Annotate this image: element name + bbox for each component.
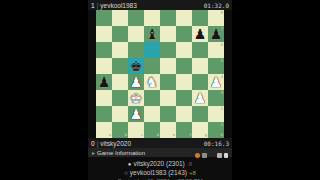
square-e4[interactable] <box>160 74 176 90</box>
square-h2[interactable]: 2 <box>208 106 224 122</box>
square-d5[interactable] <box>144 58 160 74</box>
rank-label-5: 5 <box>221 59 223 63</box>
top-player-score: 1 <box>91 2 95 9</box>
square-a1[interactable]: a <box>96 122 112 138</box>
game-date: September 11, 2024 at 08:50 PM <box>88 177 232 180</box>
game-information-title: Game Information <box>97 150 191 156</box>
player1-rating-delta: -8 <box>187 161 192 167</box>
file-label-c: c <box>141 133 143 137</box>
black-king: ♚ <box>130 58 143 74</box>
square-c6[interactable] <box>128 42 144 58</box>
player-row-white: ○yevkool1983 (2143)+8 <box>88 169 232 178</box>
square-g3[interactable]: ♟ <box>192 90 208 106</box>
square-d3[interactable] <box>144 90 160 106</box>
square-c1[interactable]: c <box>128 122 144 138</box>
square-e8[interactable] <box>160 10 176 26</box>
square-h4[interactable]: ♟4 <box>208 74 224 90</box>
square-f1[interactable]: f <box>176 122 192 138</box>
square-b3[interactable] <box>112 90 128 106</box>
square-d2[interactable] <box>144 106 160 122</box>
square-a7[interactable] <box>96 26 112 42</box>
square-c3[interactable]: ♚ <box>128 90 144 106</box>
square-e7[interactable] <box>160 26 176 42</box>
square-h3[interactable]: 3 <box>208 90 224 106</box>
board-icon[interactable] <box>202 153 207 158</box>
square-h8[interactable]: 8 <box>208 10 224 26</box>
header-icons <box>193 144 228 162</box>
square-d4[interactable]: ♞ <box>144 74 160 90</box>
square-h7[interactable]: ♟7 <box>208 26 224 42</box>
filled-circle-icon: ● <box>128 161 132 167</box>
square-e3[interactable] <box>160 90 176 106</box>
square-d6[interactable] <box>144 42 160 58</box>
square-g7[interactable]: ♟ <box>192 26 208 42</box>
square-h1[interactable]: 1h <box>208 122 224 138</box>
square-f6[interactable] <box>176 42 192 58</box>
square-e6[interactable] <box>160 42 176 58</box>
file-label-g: g <box>205 133 207 137</box>
player2-rating: (2143) <box>168 169 187 176</box>
bottom-player-name: vitsky2020 <box>100 140 131 147</box>
white-knight: ♞ <box>146 74 159 90</box>
file-label-b: b <box>125 133 127 137</box>
square-b1[interactable]: b <box>112 122 128 138</box>
rank-label-3: 3 <box>221 91 223 95</box>
top-bar-divider: | <box>97 2 99 9</box>
square-h6[interactable]: 6 <box>208 42 224 58</box>
square-h5[interactable]: 5 <box>208 58 224 74</box>
rank-label-8: 8 <box>221 11 223 15</box>
bottom-player-score: 0 <box>91 140 95 147</box>
white-king: ♚ <box>130 90 143 106</box>
square-a5[interactable] <box>96 58 112 74</box>
square-g2[interactable] <box>192 106 208 122</box>
square-g5[interactable] <box>192 58 208 74</box>
open-circle-icon: ○ <box>124 170 128 176</box>
square-d1[interactable]: d <box>144 122 160 138</box>
square-f5[interactable] <box>176 58 192 74</box>
square-b7[interactable] <box>112 26 128 42</box>
player2-rating-delta: +8 <box>189 170 196 176</box>
square-g6[interactable] <box>192 42 208 58</box>
rank-label-6: 6 <box>221 43 223 47</box>
square-b2[interactable] <box>112 106 128 122</box>
black-pawn: ♟ <box>210 26 223 42</box>
top-player-clock: 01:32.0 <box>204 2 229 9</box>
square-f4[interactable] <box>176 74 192 90</box>
white-pawn: ♟ <box>130 74 143 90</box>
square-c5[interactable]: ♚ <box>128 58 144 74</box>
square-c4[interactable]: ♟ <box>128 74 144 90</box>
square-g8[interactable] <box>192 10 208 26</box>
alert-icon[interactable] <box>195 153 200 158</box>
player2-name: yevkool1983 <box>130 169 167 176</box>
chess-app-window: 1 | yevkool1983 01:32.0 8♝♟♟76♚5♟♟♞♟4♚♟3… <box>88 0 232 180</box>
square-a2[interactable] <box>96 106 112 122</box>
expand-icon[interactable]: ▸ <box>92 150 95 156</box>
player1-rating: (2301) <box>166 160 185 167</box>
white-pawn: ♟ <box>130 106 143 122</box>
square-b4[interactable] <box>112 74 128 90</box>
file-label-e: e <box>173 133 175 137</box>
bookmark-icon[interactable] <box>224 153 228 158</box>
square-a4[interactable]: ♟ <box>96 74 112 90</box>
square-a8[interactable] <box>96 10 112 26</box>
square-f3[interactable] <box>176 90 192 106</box>
square-g1[interactable]: g <box>192 122 208 138</box>
player1-name: vitsky2020 <box>133 160 164 167</box>
top-player-bar: 1 | yevkool1983 01:32.0 <box>88 0 232 10</box>
top-player-name: yevkool1983 <box>100 2 137 9</box>
square-e5[interactable] <box>160 58 176 74</box>
chess-board: 8♝♟♟76♚5♟♟♞♟4♚♟3♟2abcdefg1h <box>96 10 224 138</box>
square-e2[interactable] <box>160 106 176 122</box>
white-pawn: ♟ <box>210 74 223 90</box>
file-label-f: f <box>190 133 191 137</box>
square-e1[interactable]: e <box>160 122 176 138</box>
rank-label-1: 1 <box>221 123 223 127</box>
white-pawn: ♟ <box>194 90 207 106</box>
square-g4[interactable] <box>192 74 208 90</box>
square-b6[interactable] <box>112 42 128 58</box>
square-c7[interactable] <box>128 26 144 42</box>
black-pawn: ♟ <box>194 26 207 42</box>
square-b8[interactable] <box>112 10 128 26</box>
square-f8[interactable] <box>176 10 192 26</box>
black-pawn: ♟ <box>98 74 111 90</box>
rank-label-2: 2 <box>221 107 223 111</box>
square-a3[interactable] <box>96 90 112 106</box>
square-f7[interactable] <box>176 26 192 42</box>
square-a6[interactable] <box>96 42 112 58</box>
screen: { "game": "chess", "position": { "fen": … <box>0 0 320 180</box>
square-f2[interactable] <box>176 106 192 122</box>
file-label-d: d <box>157 133 159 137</box>
square-d7[interactable]: ♝ <box>144 26 160 42</box>
square-c8[interactable] <box>128 10 144 26</box>
share-icon[interactable] <box>217 153 222 158</box>
file-label-a: a <box>109 133 111 137</box>
game-information-header[interactable]: ▸ Game Information <box>88 148 232 157</box>
square-c2[interactable]: ♟ <box>128 106 144 122</box>
black-bishop: ♝ <box>146 26 159 42</box>
bottom-bar-divider: | <box>97 140 99 147</box>
square-d8[interactable] <box>144 10 160 26</box>
square-b5[interactable] <box>112 58 128 74</box>
file-label-h: h <box>221 133 223 137</box>
